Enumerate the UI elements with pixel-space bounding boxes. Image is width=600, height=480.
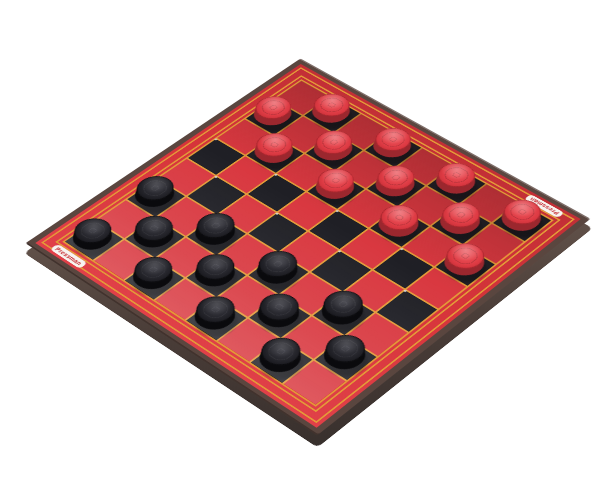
square-r4c1[interactable] [188,177,245,214]
square-r1c2[interactable] [306,134,362,170]
red-piece[interactable] [308,126,359,158]
square-r2c0[interactable] [217,119,273,154]
square-r7c4[interactable] [186,299,246,341]
red-piece[interactable] [373,200,426,235]
red-piece[interactable] [249,128,300,160]
board-grid [65,81,551,405]
square-r0c2[interactable] [334,114,390,149]
square-r2c5[interactable] [371,208,429,247]
square-r5c0[interactable] [128,179,185,216]
red-piece[interactable] [430,158,482,191]
square-r0c3[interactable] [365,131,421,167]
square-r3c0[interactable] [188,139,244,175]
square-r3c3[interactable] [278,192,336,230]
square-r0c5[interactable] [428,166,485,203]
square-r1c1[interactable] [276,117,332,152]
board-tilt-wrapper: Pressman Pressman [0,0,600,480]
square-r2c1[interactable] [247,136,303,172]
black-piece[interactable] [67,213,120,248]
board-border-band: Pressman Pressman [35,64,580,428]
photo-background: Pressman Pressman [0,0,600,480]
red-piece[interactable] [434,197,487,232]
square-r3c1[interactable] [218,156,275,193]
black-piece[interactable] [128,211,181,246]
red-piece[interactable] [248,92,298,123]
black-piece[interactable] [316,285,371,323]
square-r1c6[interactable] [432,205,490,244]
square-r2c2[interactable] [277,154,334,191]
board-outer-rim: Pressman Pressman [25,58,590,435]
red-piece[interactable] [370,161,422,195]
square-r1c4[interactable] [368,169,425,206]
square-r0c1[interactable] [304,97,359,132]
red-piece[interactable] [307,89,357,120]
square-r3c2[interactable] [248,174,305,211]
square-r4c0[interactable] [158,159,215,196]
red-piece[interactable] [367,123,418,155]
grid-frame [62,79,554,407]
black-piece[interactable] [189,208,242,243]
square-r0c0[interactable] [275,81,330,115]
square-r2c3[interactable] [308,171,365,208]
red-piece[interactable] [310,164,362,198]
black-piece[interactable] [129,171,181,205]
square-r1c3[interactable] [337,151,394,188]
red-piece[interactable] [496,195,549,230]
checkers-board: Pressman Pressman [25,58,590,435]
square-r0c4[interactable] [396,149,453,185]
square-r1c0[interactable] [246,100,301,135]
square-r0c7[interactable] [493,203,551,241]
